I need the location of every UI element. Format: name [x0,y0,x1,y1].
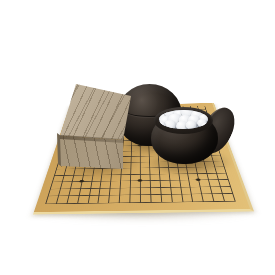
white-stone [201,123,208,129]
star-point [196,179,201,182]
white-stone [186,120,197,129]
board-cell [119,195,130,203]
white-stone-pile [159,110,208,129]
board-cell [150,194,161,202]
go-set-photo [0,0,275,275]
open-bowl-rim [154,107,213,134]
board-cell [222,193,235,201]
white-stone [159,121,166,128]
board-cell [129,195,140,203]
storage-box [56,80,138,172]
board-cell [108,195,119,203]
board-cell [140,195,151,203]
